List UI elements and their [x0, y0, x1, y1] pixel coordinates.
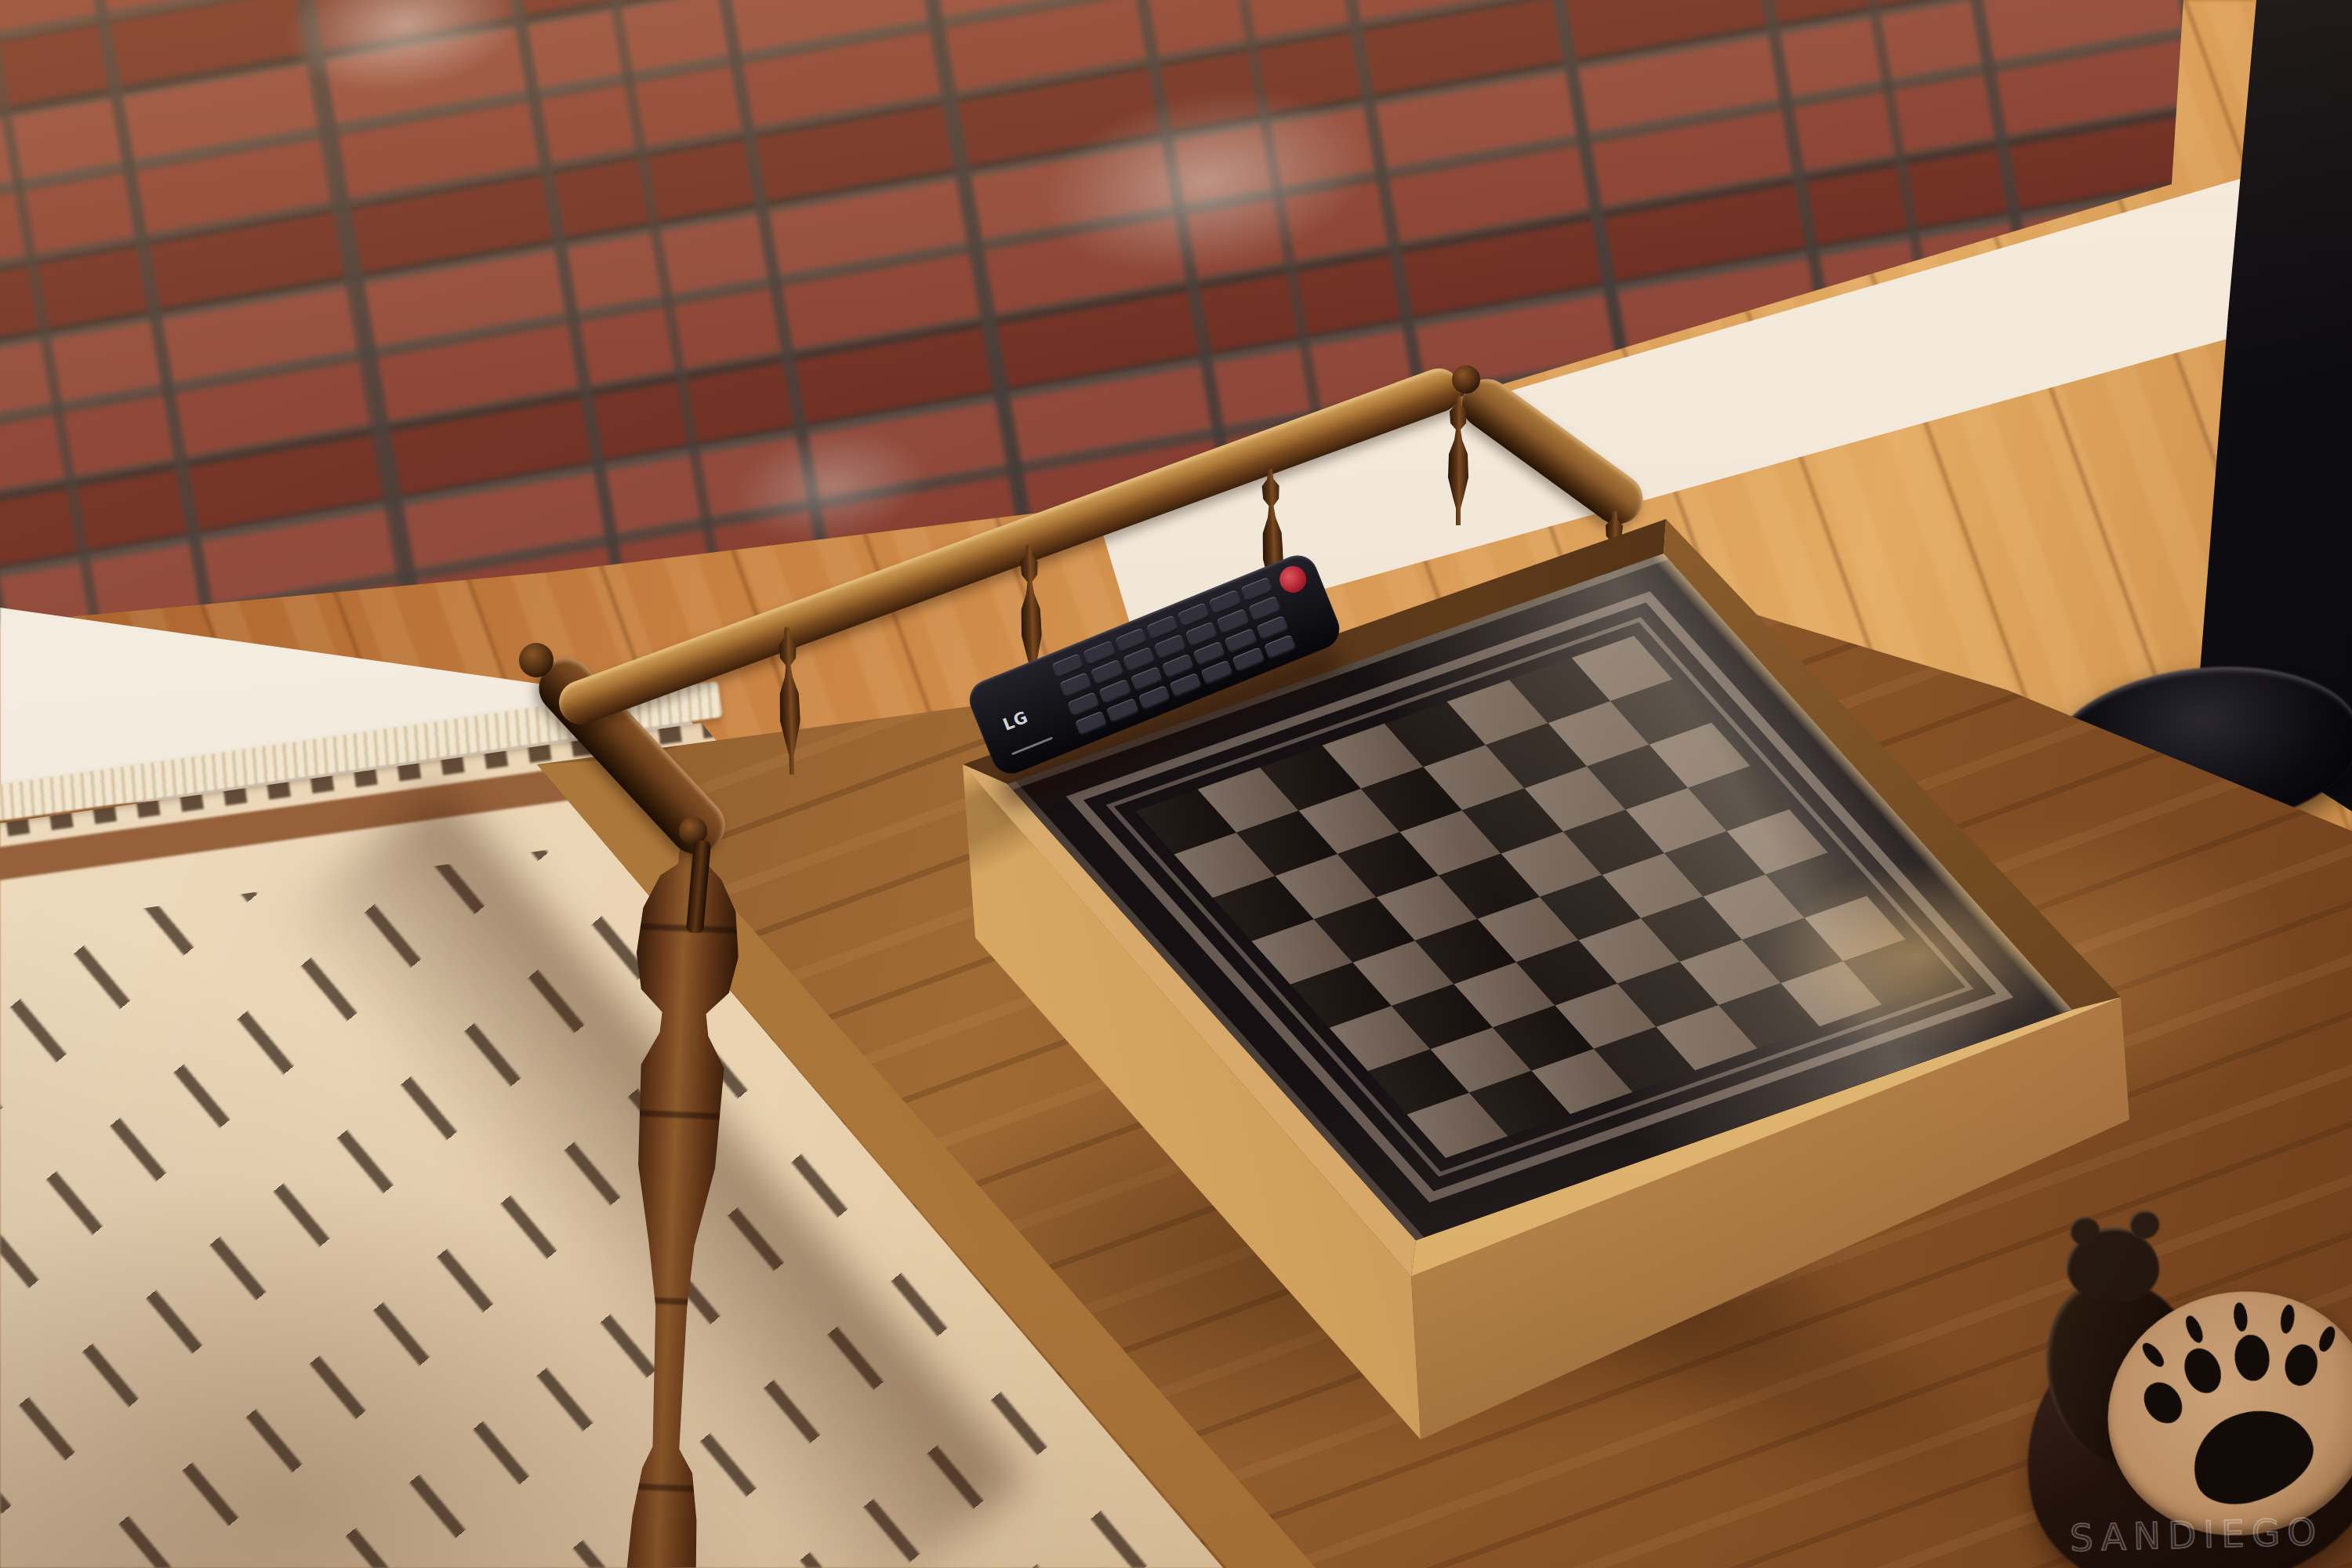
paw-claw	[2279, 1304, 2296, 1334]
paw-claw	[2316, 1324, 2339, 1354]
bear-ear	[2070, 1217, 2100, 1245]
paw-claw	[2232, 1301, 2249, 1332]
paw-toe	[2136, 1375, 2190, 1431]
paw-claw	[2139, 1340, 2168, 1370]
living-room-photo: LG SANDIEGO	[0, 0, 2352, 1568]
remote-brand-label: LG	[1000, 707, 1031, 734]
paw-claw	[2182, 1313, 2206, 1345]
photo-watermark: SANDIEGO	[2069, 1510, 2324, 1559]
paw-toe	[2178, 1343, 2227, 1399]
paw-pad	[2180, 1395, 2325, 1517]
rail-finial	[1452, 365, 1480, 394]
remote-accent-line	[1011, 736, 1053, 755]
paw-toe	[2281, 1341, 2320, 1388]
rail-finial	[519, 643, 554, 677]
bear-ear	[2129, 1210, 2159, 1239]
paw-toe	[2232, 1333, 2271, 1382]
remote-power-button	[1276, 562, 1310, 597]
